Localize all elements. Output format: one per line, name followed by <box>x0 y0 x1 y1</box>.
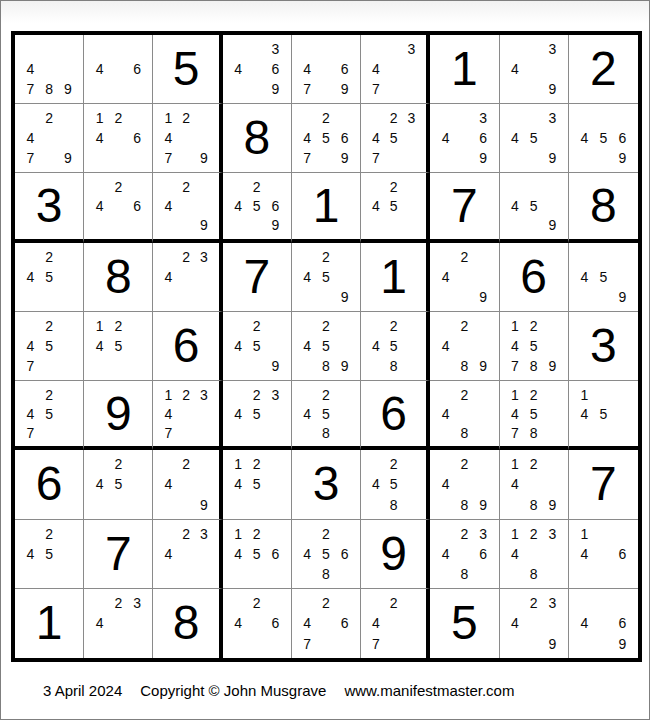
candidate-mark: 3 <box>474 108 493 128</box>
cell-r2c7[interactable]: 3469 <box>430 104 499 173</box>
candidate-mark: 6 <box>613 613 632 633</box>
cell-r5c1[interactable]: 2457 <box>15 312 84 381</box>
candidate-mark: 2 <box>524 454 543 474</box>
candidate-marks: 469 <box>569 589 638 658</box>
candidate-mark: 2 <box>455 385 474 404</box>
candidate-mark: 7 <box>506 423 525 442</box>
candidate-mark: 2 <box>524 385 543 404</box>
candidate-mark: 9 <box>474 287 493 307</box>
cell-r8c4[interactable]: 12456 <box>223 520 292 589</box>
candidate-mark: 4 <box>21 404 40 423</box>
cell-r1c8[interactable]: 349 <box>500 35 569 104</box>
cell-r3c3[interactable]: 249 <box>153 173 222 242</box>
candidate-mark: 5 <box>40 267 59 287</box>
cell-r1c4[interactable]: 3469 <box>223 35 292 104</box>
candidate-mark: 1 <box>506 454 525 474</box>
cell-r5c4[interactable]: 2459 <box>223 312 292 381</box>
candidate-mark: 9 <box>335 287 354 307</box>
candidate-mark: 4 <box>575 128 594 148</box>
cell-r4c3[interactable]: 234 <box>153 243 222 312</box>
cell-r4c7[interactable]: 249 <box>430 243 499 312</box>
cell-r6c8[interactable]: 124578 <box>500 381 569 450</box>
cell-r7c2[interactable]: 245 <box>84 450 153 519</box>
candidate-mark: 4 <box>575 267 594 287</box>
candidate-mark: 9 <box>474 148 493 168</box>
candidate-mark: 6 <box>613 544 632 564</box>
candidate-mark: 1 <box>90 316 109 336</box>
candidate-mark: 4 <box>298 336 317 356</box>
candidate-marks: 2479 <box>15 104 83 172</box>
candidate-marks: 2467 <box>292 589 360 658</box>
candidate-marks: 124578 <box>500 381 568 446</box>
candidate-mark: 7 <box>21 148 40 168</box>
candidate-mark: 7 <box>367 148 385 168</box>
candidate-mark: 4 <box>436 474 455 494</box>
candidate-mark: 4 <box>159 197 177 216</box>
candidate-mark: 9 <box>613 287 632 307</box>
candidate-mark: 2 <box>524 316 543 336</box>
cell-r5c6[interactable]: 2458 <box>361 312 430 381</box>
cell-r9c9[interactable]: 469 <box>569 589 638 658</box>
candidate-mark: 4 <box>575 404 594 423</box>
solved-digit: 1 <box>15 589 83 658</box>
cell-r1c1[interactable]: 4789 <box>15 35 84 104</box>
footer-website: www.manifestmaster.com <box>344 682 514 699</box>
candidate-mark: 4 <box>298 59 317 79</box>
candidate-mark: 4 <box>506 474 525 494</box>
candidate-mark: 9 <box>543 79 562 99</box>
candidate-mark: 4 <box>229 404 248 423</box>
solved-digit: 6 <box>361 381 426 446</box>
candidate-mark: 4 <box>21 544 40 564</box>
cell-r4c6[interactable]: 1 <box>361 243 430 312</box>
cell-r2c9[interactable]: 4569 <box>569 104 638 173</box>
cell-r5c8[interactable]: 1245789 <box>500 312 569 381</box>
candidate-mark: 6 <box>266 197 285 216</box>
candidate-mark: 7 <box>159 148 177 168</box>
cell-r3c1[interactable]: 3 <box>15 173 84 242</box>
solved-digit: 8 <box>569 173 638 238</box>
cell-r4c4[interactable]: 7 <box>223 243 292 312</box>
candidate-mark: 2 <box>455 524 474 544</box>
cell-r5c2[interactable]: 1245 <box>84 312 153 381</box>
candidate-mark: 8 <box>317 564 336 584</box>
cell-r1c3[interactable]: 5 <box>153 35 222 104</box>
candidate-mark: 9 <box>543 494 562 514</box>
cell-r5c3[interactable]: 6 <box>153 312 222 381</box>
candidate-mark: 9 <box>335 79 354 99</box>
candidate-mark: 6 <box>266 544 285 564</box>
candidate-marks: 24568 <box>292 520 360 588</box>
cell-r9c1[interactable]: 1 <box>15 589 84 658</box>
candidate-marks: 234 <box>153 520 218 588</box>
candidate-mark: 2 <box>455 316 474 336</box>
candidate-mark: 1 <box>229 524 248 544</box>
candidate-mark: 4 <box>506 336 525 356</box>
cell-r1c6[interactable]: 347 <box>361 35 430 104</box>
candidate-marks: 2457 <box>15 381 83 446</box>
candidate-mark: 5 <box>317 267 336 287</box>
candidate-mark: 8 <box>317 423 336 442</box>
cell-r9c4[interactable]: 246 <box>223 589 292 658</box>
candidate-mark: 2 <box>40 108 59 128</box>
candidate-mark: 1 <box>506 385 525 404</box>
cell-r1c7[interactable]: 1 <box>430 35 499 104</box>
cell-r8c9[interactable]: 146 <box>569 520 638 589</box>
cell-r5c5[interactable]: 24589 <box>292 312 361 381</box>
candidate-mark: 4 <box>159 267 177 287</box>
candidate-mark: 2 <box>385 593 403 613</box>
solved-digit: 1 <box>430 35 498 103</box>
candidate-mark: 4 <box>436 404 455 423</box>
cell-r9c8[interactable]: 2349 <box>500 589 569 658</box>
candidate-mark: 8 <box>40 79 59 99</box>
candidate-mark: 4 <box>298 128 317 148</box>
candidate-mark: 2 <box>177 524 195 544</box>
candidate-mark: 2 <box>109 177 128 196</box>
cell-r7c6[interactable]: 2458 <box>361 450 430 519</box>
solved-digit: 7 <box>84 520 152 588</box>
candidate-mark: 1 <box>229 454 248 474</box>
solved-digit: 8 <box>153 589 218 658</box>
candidate-mark: 8 <box>524 564 543 584</box>
solved-digit: 3 <box>569 312 638 380</box>
candidate-mark: 4 <box>21 59 40 79</box>
candidate-mark: 4 <box>90 59 109 79</box>
candidate-mark: 2 <box>385 454 403 474</box>
cell-r6c6[interactable]: 6 <box>361 381 430 450</box>
candidate-mark: 2 <box>524 524 543 544</box>
candidate-mark: 9 <box>335 356 354 376</box>
candidate-marks: 24569 <box>223 173 291 238</box>
candidate-marks: 246 <box>223 589 291 658</box>
candidate-mark: 9 <box>266 356 285 376</box>
cell-r9c3[interactable]: 8 <box>153 589 222 658</box>
candidate-mark: 7 <box>298 634 317 654</box>
candidate-marks: 245 <box>15 243 83 311</box>
candidate-mark: 3 <box>195 385 213 404</box>
candidate-mark: 9 <box>195 148 213 168</box>
candidate-marks: 3459 <box>500 104 568 172</box>
cell-r5c7[interactable]: 2489 <box>430 312 499 381</box>
cell-r7c8[interactable]: 12489 <box>500 450 569 519</box>
candidate-mark: 2 <box>455 247 474 267</box>
cell-r3c7[interactable]: 7 <box>430 173 499 242</box>
candidate-mark: 5 <box>594 404 613 423</box>
candidate-mark: 5 <box>594 267 613 287</box>
candidate-mark: 2 <box>177 177 195 196</box>
candidate-mark: 1 <box>159 108 177 128</box>
candidate-mark: 8 <box>455 494 474 514</box>
candidate-mark: 4 <box>90 474 109 494</box>
cell-r1c9[interactable]: 2 <box>569 35 638 104</box>
cell-r7c1[interactable]: 6 <box>15 450 84 519</box>
candidate-mark: 2 <box>177 247 195 267</box>
candidate-mark: 6 <box>335 613 354 633</box>
candidate-mark: 5 <box>317 544 336 564</box>
candidate-mark: 4 <box>506 544 525 564</box>
candidate-mark: 2 <box>177 385 195 404</box>
solved-digit: 3 <box>15 173 83 238</box>
candidate-mark: 9 <box>58 148 77 168</box>
cell-r2c1[interactable]: 2479 <box>15 104 84 173</box>
candidate-marks: 245 <box>361 173 426 238</box>
cell-r8c6[interactable]: 9 <box>361 520 430 589</box>
candidate-mark: 6 <box>266 59 285 79</box>
candidate-marks: 459 <box>500 173 568 238</box>
candidate-mark: 6 <box>613 128 632 148</box>
candidate-marks: 4679 <box>292 35 360 103</box>
cell-r3c2[interactable]: 246 <box>84 173 153 242</box>
cell-r6c7[interactable]: 248 <box>430 381 499 450</box>
candidate-mark: 4 <box>367 613 385 633</box>
candidate-mark: 2 <box>317 524 336 544</box>
candidate-mark: 5 <box>317 128 336 148</box>
cell-r8c7[interactable]: 23468 <box>430 520 499 589</box>
candidate-mark: 2 <box>317 247 336 267</box>
cell-r2c6[interactable]: 23457 <box>361 104 430 173</box>
candidate-mark: 8 <box>385 356 403 376</box>
cell-r8c1[interactable]: 245 <box>15 520 84 589</box>
candidate-marks: 2457 <box>15 312 83 380</box>
candidate-mark: 2 <box>317 316 336 336</box>
candidate-mark: 9 <box>474 494 493 514</box>
candidate-mark: 4 <box>229 59 248 79</box>
candidate-mark: 9 <box>266 216 285 235</box>
candidate-mark: 5 <box>247 197 266 216</box>
cell-r4c5[interactable]: 2459 <box>292 243 361 312</box>
candidate-mark: 5 <box>524 336 543 356</box>
cell-r6c5[interactable]: 2458 <box>292 381 361 450</box>
cell-r2c8[interactable]: 3459 <box>500 104 569 173</box>
candidate-mark: 3 <box>474 524 493 544</box>
candidate-marks: 12489 <box>500 450 568 518</box>
cell-r2c5[interactable]: 245679 <box>292 104 361 173</box>
candidate-marks: 249 <box>153 450 218 518</box>
cell-r3c6[interactable]: 245 <box>361 173 430 242</box>
candidate-mark: 4 <box>575 613 594 633</box>
candidate-marks: 46 <box>84 35 152 103</box>
solved-digit: 5 <box>430 589 498 658</box>
candidate-mark: 7 <box>367 634 385 654</box>
cell-r4c8[interactable]: 6 <box>500 243 569 312</box>
candidate-mark: 2 <box>109 454 128 474</box>
candidate-mark: 2 <box>385 177 403 196</box>
candidate-mark: 4 <box>229 336 248 356</box>
cell-r2c4[interactable]: 8 <box>223 104 292 173</box>
candidate-marks: 246 <box>84 173 152 238</box>
candidate-mark: 2 <box>109 593 128 613</box>
cell-r3c4[interactable]: 24569 <box>223 173 292 242</box>
candidate-mark: 5 <box>247 544 266 564</box>
candidate-mark: 8 <box>317 356 336 376</box>
cell-r8c2[interactable]: 7 <box>84 520 153 589</box>
cell-r7c7[interactable]: 2489 <box>430 450 499 519</box>
candidate-marks: 349 <box>500 35 568 103</box>
candidate-mark: 2 <box>247 593 266 613</box>
cell-r6c2[interactable]: 9 <box>84 381 153 450</box>
candidate-marks: 3469 <box>223 35 291 103</box>
cell-r6c4[interactable]: 2345 <box>223 381 292 450</box>
candidate-mark: 3 <box>543 108 562 128</box>
candidate-mark: 4 <box>298 267 317 287</box>
candidate-mark: 4 <box>229 613 248 633</box>
candidate-mark: 4 <box>298 404 317 423</box>
candidate-mark: 4 <box>367 197 385 216</box>
candidate-mark: 4 <box>90 336 109 356</box>
candidate-marks: 12348 <box>500 520 568 588</box>
cell-r6c9[interactable]: 145 <box>569 381 638 450</box>
cell-r7c3[interactable]: 249 <box>153 450 222 519</box>
candidate-mark: 6 <box>474 128 493 148</box>
candidate-mark: 9 <box>335 148 354 168</box>
candidate-mark: 2 <box>109 108 128 128</box>
candidate-marks: 12456 <box>223 520 291 588</box>
candidate-marks: 2458 <box>361 312 426 380</box>
cell-r7c4[interactable]: 1245 <box>223 450 292 519</box>
cell-r4c2[interactable]: 8 <box>84 243 153 312</box>
cell-r5c9[interactable]: 3 <box>569 312 638 381</box>
cell-r7c5[interactable]: 3 <box>292 450 361 519</box>
candidate-mark: 3 <box>543 593 562 613</box>
cell-r9c5[interactable]: 2467 <box>292 589 361 658</box>
candidate-mark: 9 <box>266 79 285 99</box>
candidate-marks: 12347 <box>153 381 218 446</box>
candidate-mark: 2 <box>40 247 59 267</box>
cell-r1c5[interactable]: 4679 <box>292 35 361 104</box>
candidate-mark: 2 <box>317 385 336 404</box>
candidate-marks: 2459 <box>292 243 360 311</box>
candidate-mark: 5 <box>247 474 266 494</box>
candidate-marks: 347 <box>361 35 426 103</box>
cell-r4c1[interactable]: 245 <box>15 243 84 312</box>
candidate-marks: 248 <box>430 381 498 446</box>
candidate-mark: 4 <box>506 197 525 216</box>
candidate-mark: 9 <box>613 148 632 168</box>
cell-r8c3[interactable]: 234 <box>153 520 222 589</box>
candidate-mark: 4 <box>506 613 525 633</box>
candidate-mark: 2 <box>177 454 195 474</box>
solved-digit: 7 <box>569 450 638 518</box>
solved-digit: 6 <box>15 450 83 518</box>
cell-r8c8[interactable]: 12348 <box>500 520 569 589</box>
candidate-mark: 2 <box>40 385 59 404</box>
puzzle-page: 4789465346946793471349224791246124798245… <box>0 0 650 720</box>
candidate-mark: 4 <box>21 336 40 356</box>
candidate-mark: 6 <box>335 59 354 79</box>
solved-digit: 1 <box>292 173 360 238</box>
candidate-mark: 8 <box>455 423 474 442</box>
candidate-marks: 249 <box>153 173 218 238</box>
candidate-marks: 234 <box>153 243 218 311</box>
candidate-mark: 9 <box>474 356 493 376</box>
candidate-marks: 2459 <box>223 312 291 380</box>
candidate-mark: 4 <box>506 128 525 148</box>
candidate-mark: 1 <box>159 385 177 404</box>
cell-r4c9[interactable]: 459 <box>569 243 638 312</box>
cell-r2c2[interactable]: 1246 <box>84 104 153 173</box>
candidate-mark: 2 <box>247 177 266 196</box>
candidate-mark: 7 <box>367 79 385 99</box>
cell-r3c9[interactable]: 8 <box>569 173 638 242</box>
candidate-mark: 9 <box>543 634 562 654</box>
cell-r6c1[interactable]: 2457 <box>15 381 84 450</box>
candidate-marks: 4789 <box>15 35 83 103</box>
candidate-marks: 23457 <box>361 104 426 172</box>
candidate-mark: 4 <box>367 474 385 494</box>
candidate-marks: 2345 <box>223 381 291 446</box>
candidate-mark: 4 <box>436 336 455 356</box>
candidate-mark: 2 <box>455 454 474 474</box>
cell-r8c5[interactable]: 24568 <box>292 520 361 589</box>
candidate-mark: 4 <box>159 544 177 564</box>
cell-r2c3[interactable]: 12479 <box>153 104 222 173</box>
solved-digit: 6 <box>500 243 568 311</box>
solved-digit: 1 <box>361 243 426 311</box>
candidate-mark: 8 <box>455 564 474 584</box>
solved-digit: 7 <box>223 243 291 311</box>
candidate-mark: 9 <box>58 79 77 99</box>
cell-r9c6[interactable]: 247 <box>361 589 430 658</box>
candidate-mark: 4 <box>21 128 40 148</box>
candidate-marks: 245 <box>15 520 83 588</box>
candidate-mark: 6 <box>128 197 147 216</box>
candidate-mark: 8 <box>524 494 543 514</box>
cell-r3c8[interactable]: 459 <box>500 173 569 242</box>
candidate-marks: 2489 <box>430 312 498 380</box>
candidate-mark: 3 <box>543 39 562 59</box>
cell-r9c2[interactable]: 234 <box>84 589 153 658</box>
candidate-mark: 1 <box>506 524 525 544</box>
candidate-mark: 6 <box>474 544 493 564</box>
candidate-marks: 1246 <box>84 104 152 172</box>
candidate-mark: 6 <box>266 613 285 633</box>
candidate-mark: 5 <box>385 128 403 148</box>
candidate-marks: 145 <box>569 381 638 446</box>
candidate-mark: 5 <box>317 336 336 356</box>
candidate-mark: 9 <box>543 148 562 168</box>
candidate-mark: 7 <box>298 148 317 168</box>
candidate-mark: 4 <box>506 404 525 423</box>
candidate-mark: 9 <box>195 494 213 514</box>
candidate-mark: 2 <box>524 593 543 613</box>
candidate-mark: 9 <box>195 216 213 235</box>
candidate-mark: 9 <box>613 634 632 654</box>
cell-r7c9[interactable]: 7 <box>569 450 638 519</box>
candidate-mark: 4 <box>159 128 177 148</box>
candidate-mark: 4 <box>436 267 455 287</box>
candidate-mark: 4 <box>229 197 248 216</box>
candidate-mark: 6 <box>128 128 147 148</box>
candidate-mark: 7 <box>298 79 317 99</box>
candidate-mark: 5 <box>247 336 266 356</box>
cell-r6c3[interactable]: 12347 <box>153 381 222 450</box>
cell-r9c7[interactable]: 5 <box>430 589 499 658</box>
candidate-mark: 5 <box>40 544 59 564</box>
candidate-mark: 2 <box>385 108 403 128</box>
candidate-mark: 5 <box>40 336 59 356</box>
candidate-mark: 3 <box>128 593 147 613</box>
candidate-mark: 7 <box>21 356 40 376</box>
candidate-marks: 24589 <box>292 312 360 380</box>
candidate-mark: 4 <box>229 474 248 494</box>
candidate-mark: 4 <box>229 544 248 564</box>
candidate-marks: 249 <box>430 243 498 311</box>
cell-r3c5[interactable]: 1 <box>292 173 361 242</box>
candidate-marks: 1245 <box>84 312 152 380</box>
cell-r1c2[interactable]: 46 <box>84 35 153 104</box>
candidate-mark: 3 <box>195 247 213 267</box>
